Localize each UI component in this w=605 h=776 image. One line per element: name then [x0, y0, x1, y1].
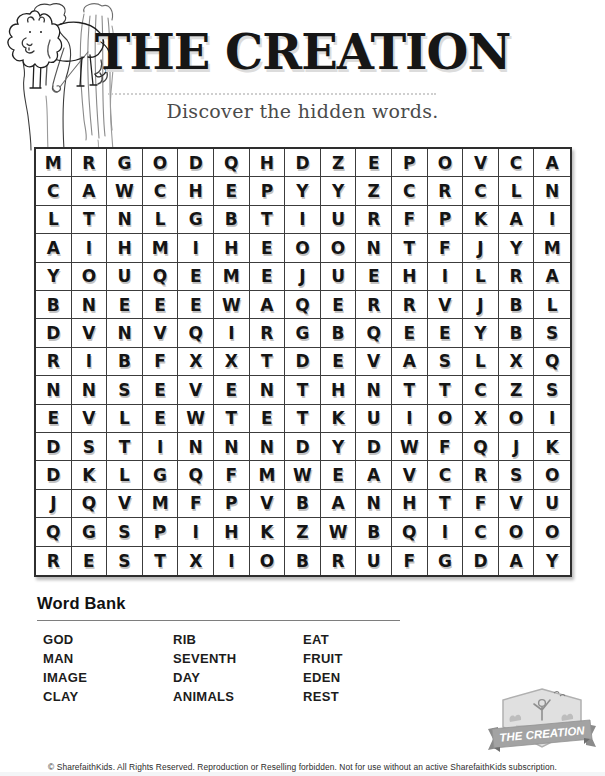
grid-cell-r2c14[interactable]: L [499, 177, 535, 205]
grid-cell-r7c3[interactable]: N [107, 319, 143, 347]
grid-cell-r1c15[interactable]: A [534, 149, 570, 177]
grid-cell-r11c4[interactable]: I [143, 433, 179, 461]
word-bank-column-2: RIBSEVENTHDAYANIMALS [173, 633, 303, 703]
grid-cell-r6c10[interactable]: R [356, 291, 392, 319]
grid-cell-r3c14[interactable]: A [499, 206, 535, 234]
grid-cell-r15c3[interactable]: S [107, 547, 143, 575]
grid-cell-r11c6[interactable]: N [214, 433, 250, 461]
grid-cell-r7c15[interactable]: S [534, 319, 570, 347]
grid-cell-r1c8[interactable]: D [285, 149, 321, 177]
grid-cell-r2c1[interactable]: C [36, 177, 72, 205]
grid-cell-r6c6[interactable]: W [214, 291, 250, 319]
grid-cell-r9c8[interactable]: T [285, 376, 321, 404]
grid-cell-r12c9[interactable]: E [321, 461, 357, 489]
grid-cell-r3c1[interactable]: L [36, 206, 72, 234]
grid-cell-r8c14[interactable]: X [499, 348, 535, 376]
grid-cell-r1c11[interactable]: P [392, 149, 428, 177]
grid-cell-r10c11[interactable]: I [392, 405, 428, 433]
grid-cell-r5c3[interactable]: U [107, 263, 143, 291]
grid-cell-r10c15[interactable]: I [534, 405, 570, 433]
grid-cell-r15c13[interactable]: D [463, 547, 499, 575]
grid-cell-r7c12[interactable]: E [428, 319, 464, 347]
grid-cell-r15c1[interactable]: R [36, 547, 72, 575]
grid-cell-r14c4[interactable]: P [143, 518, 179, 546]
grid-cell-r13c15[interactable]: U [534, 490, 570, 518]
grid-cell-r11c3[interactable]: T [107, 433, 143, 461]
word-bank-heading: Word Bank [37, 594, 403, 613]
word-bank-item: REST [303, 690, 406, 703]
grid-cell-r5c4[interactable]: Q [143, 263, 179, 291]
grid-cell-r8c12[interactable]: S [428, 348, 464, 376]
grid-cell-r13c9[interactable]: A [321, 490, 357, 518]
grid-cell-r15c15[interactable]: Y [534, 547, 570, 575]
grid-cell-r8c8[interactable]: D [285, 348, 321, 376]
grid-cell-r7c13[interactable]: Y [463, 319, 499, 347]
grid-cell-r2c9[interactable]: Y [321, 177, 357, 205]
grid-cell-r10c7[interactable]: E [250, 405, 286, 433]
word-bank-item: IMAGE [43, 671, 173, 684]
grid-cell-r1c6[interactable]: Q [214, 149, 250, 177]
grid-cell-r1c12[interactable]: O [428, 149, 464, 177]
grid-cell-r2c10[interactable]: Z [356, 177, 392, 205]
grid-cell-r11c2[interactable]: S [72, 433, 108, 461]
grid-cell-r10c6[interactable]: T [214, 405, 250, 433]
creation-badge: THE CREATION [486, 686, 598, 762]
grid-cell-r6c11[interactable]: R [392, 291, 428, 319]
grid-cell-r5c1[interactable]: Y [36, 263, 72, 291]
grid-cell-r13c13[interactable]: F [463, 490, 499, 518]
word-bank-item: EDEN [303, 671, 406, 684]
grid-cell-r7c11[interactable]: E [392, 319, 428, 347]
grid-cell-r2c2[interactable]: A [72, 177, 108, 205]
grid-cell-r13c11[interactable]: H [392, 490, 428, 518]
grid-cell-r10c2[interactable]: V [72, 405, 108, 433]
grid-cell-r11c8[interactable]: D [285, 433, 321, 461]
page-title: THE CREATION [0, 24, 605, 80]
grid-cell-r2c7[interactable]: P [250, 177, 286, 205]
grid-cell-r6c3[interactable]: E [107, 291, 143, 319]
grid-cell-r9c2[interactable]: N [72, 376, 108, 404]
grid-cell-r14c5[interactable]: I [178, 518, 214, 546]
word-bank-item: CLAY [43, 690, 173, 703]
grid-cell-r3c13[interactable]: K [463, 206, 499, 234]
grid-cell-r13c10[interactable]: N [356, 490, 392, 518]
grid-cell-r14c14[interactable]: O [499, 518, 535, 546]
grid-cell-r14c10[interactable]: B [356, 518, 392, 546]
grid-cell-r4c4[interactable]: M [143, 234, 179, 262]
grid-cell-r9c12[interactable]: T [428, 376, 464, 404]
grid-cell-r6c15[interactable]: L [534, 291, 570, 319]
subtitle: Discover the hidden words. [0, 100, 605, 122]
grid-cell-r1c13[interactable]: V [463, 149, 499, 177]
grid-cell-r3c5[interactable]: G [178, 206, 214, 234]
grid-cell-r15c5[interactable]: X [178, 547, 214, 575]
grid-cell-r12c2[interactable]: K [72, 461, 108, 489]
grid-cell-r14c3[interactable]: S [107, 518, 143, 546]
grid-cell-r7c7[interactable]: R [250, 319, 286, 347]
grid-cell-r2c3[interactable]: W [107, 177, 143, 205]
grid-cell-r1c7[interactable]: H [250, 149, 286, 177]
grid-cell-r12c8[interactable]: W [285, 461, 321, 489]
grid-cell-r13c1[interactable]: J [36, 490, 72, 518]
grid-cell-r4c14[interactable]: Y [499, 234, 535, 262]
grid-cell-r12c7[interactable]: M [250, 461, 286, 489]
grid-cell-r9c9[interactable]: H [321, 376, 357, 404]
grid-cell-r10c10[interactable]: U [356, 405, 392, 433]
grid-cell-r9c6[interactable]: E [214, 376, 250, 404]
grid-cell-r15c7[interactable]: O [250, 547, 286, 575]
grid-cell-r11c10[interactable]: D [356, 433, 392, 461]
grid-cell-r13c7[interactable]: V [250, 490, 286, 518]
grid-cell-r14c6[interactable]: H [214, 518, 250, 546]
grid-cell-r8c7[interactable]: T [250, 348, 286, 376]
grid-cell-r11c5[interactable]: N [178, 433, 214, 461]
grid-cell-r2c15[interactable]: N [534, 177, 570, 205]
word-bank-column-1: GODMANIMAGECLAY [43, 633, 173, 703]
word-bank-item: RIB [173, 633, 303, 646]
grid-cell-r4c13[interactable]: J [463, 234, 499, 262]
grid-cell-r4c8[interactable]: O [285, 234, 321, 262]
grid-cell-r9c13[interactable]: C [463, 376, 499, 404]
worksheet-page: THE CREATION Discover the hidden words. … [0, 0, 605, 776]
grid-cell-r11c14[interactable]: J [499, 433, 535, 461]
grid-cell-r14c15[interactable]: O [534, 518, 570, 546]
grid-cell-r14c8[interactable]: Z [285, 518, 321, 546]
grid-cell-r6c5[interactable]: E [178, 291, 214, 319]
grid-cell-r8c1[interactable]: R [36, 348, 72, 376]
grid-cell-r2c12[interactable]: R [428, 177, 464, 205]
grid-cell-r3c11[interactable]: F [392, 206, 428, 234]
grid-cell-r1c1[interactable]: M [36, 149, 72, 177]
grid-cell-r2c4[interactable]: C [143, 177, 179, 205]
grid-cell-r11c11[interactable]: W [392, 433, 428, 461]
copyright-footer: © SharefaithKids. All Rights Reserved. R… [0, 762, 605, 772]
grid-cell-r4c10[interactable]: N [356, 234, 392, 262]
grid-cell-r11c9[interactable]: Y [321, 433, 357, 461]
grid-cell-r3c12[interactable]: P [428, 206, 464, 234]
grid-cell-r12c5[interactable]: Q [178, 461, 214, 489]
grid-cell-r3c10[interactable]: R [356, 206, 392, 234]
grid-cell-r10c5[interactable]: W [178, 405, 214, 433]
grid-cell-r7c9[interactable]: B [321, 319, 357, 347]
grid-cell-r15c9[interactable]: R [321, 547, 357, 575]
grid-cell-r5c2[interactable]: O [72, 263, 108, 291]
grid-cell-r1c5[interactable]: D [178, 149, 214, 177]
grid-cell-r14c12[interactable]: I [428, 518, 464, 546]
grid-cell-r6c12[interactable]: V [428, 291, 464, 319]
grid-cell-r7c8[interactable]: G [285, 319, 321, 347]
grid-cell-r11c13[interactable]: Q [463, 433, 499, 461]
grid-cell-r3c3[interactable]: N [107, 206, 143, 234]
grid-cell-r8c3[interactable]: B [107, 348, 143, 376]
grid-cell-r7c6[interactable]: I [214, 319, 250, 347]
grid-cell-r11c15[interactable]: K [534, 433, 570, 461]
grid-cell-r2c8[interactable]: Y [285, 177, 321, 205]
grid-cell-r15c12[interactable]: G [428, 547, 464, 575]
grid-cell-r6c8[interactable]: Q [285, 291, 321, 319]
word-bank-item: EAT [303, 633, 406, 646]
grid-cell-r5c14[interactable]: R [499, 263, 535, 291]
grid-cell-r8c6[interactable]: X [214, 348, 250, 376]
grid-cell-r5c6[interactable]: M [214, 263, 250, 291]
grid-cell-r6c14[interactable]: B [499, 291, 535, 319]
grid-cell-r5c11[interactable]: H [392, 263, 428, 291]
grid-cell-r9c14[interactable]: Z [499, 376, 535, 404]
grid-cell-r8c15[interactable]: Q [534, 348, 570, 376]
grid-cell-r2c5[interactable]: H [178, 177, 214, 205]
grid-cell-r6c13[interactable]: J [463, 291, 499, 319]
grid-cell-r10c1[interactable]: E [36, 405, 72, 433]
grid-cell-r7c10[interactable]: Q [356, 319, 392, 347]
grid-cell-r14c11[interactable]: Q [392, 518, 428, 546]
grid-cell-r12c12[interactable]: C [428, 461, 464, 489]
word-bank-item: ANIMALS [173, 690, 303, 703]
grid-cell-r4c6[interactable]: H [214, 234, 250, 262]
grid-cell-r4c9[interactable]: O [321, 234, 357, 262]
grid-cell-r9c3[interactable]: S [107, 376, 143, 404]
grid-cell-r8c5[interactable]: X [178, 348, 214, 376]
grid-cell-r7c4[interactable]: V [143, 319, 179, 347]
grid-cell-r4c1[interactable]: A [36, 234, 72, 262]
grid-cell-r3c4[interactable]: L [143, 206, 179, 234]
grid-cell-r13c8[interactable]: B [285, 490, 321, 518]
word-search-grid: MRGODQHDZEPOVCACAWCHEPYYZCRCLNLTNLGBTIUR… [34, 147, 572, 577]
grid-cell-r5c8[interactable]: J [285, 263, 321, 291]
grid-cell-r12c10[interactable]: A [356, 461, 392, 489]
grid-cell-r9c11[interactable]: T [392, 376, 428, 404]
grid-cell-r12c14[interactable]: S [499, 461, 535, 489]
grid-cell-r7c5[interactable]: Q [178, 319, 214, 347]
grid-cell-r11c1[interactable]: D [36, 433, 72, 461]
grid-cell-r10c4[interactable]: E [143, 405, 179, 433]
grid-cell-r14c9[interactable]: W [321, 518, 357, 546]
grid-cell-r12c4[interactable]: G [143, 461, 179, 489]
grid-cell-r4c11[interactable]: T [392, 234, 428, 262]
grid-cell-r15c6[interactable]: I [214, 547, 250, 575]
grid-cell-r14c2[interactable]: G [72, 518, 108, 546]
grid-cell-r13c5[interactable]: F [178, 490, 214, 518]
grid-cell-r7c2[interactable]: V [72, 319, 108, 347]
grid-cell-r4c3[interactable]: H [107, 234, 143, 262]
grid-cell-r9c1[interactable]: N [36, 376, 72, 404]
grid-cell-r1c2[interactable]: R [72, 149, 108, 177]
grid-cell-r9c7[interactable]: N [250, 376, 286, 404]
grid-cell-r13c6[interactable]: P [214, 490, 250, 518]
grid-cell-r1c14[interactable]: C [499, 149, 535, 177]
grid-cell-r8c9[interactable]: E [321, 348, 357, 376]
grid-cell-r12c1[interactable]: D [36, 461, 72, 489]
grid-cell-r5c7[interactable]: E [250, 263, 286, 291]
word-bank-item: FRUIT [303, 652, 406, 665]
grid-cell-r5c13[interactable]: L [463, 263, 499, 291]
grid-cell-r12c13[interactable]: R [463, 461, 499, 489]
grid-cell-r15c2[interactable]: E [72, 547, 108, 575]
grid-cell-r5c5[interactable]: E [178, 263, 214, 291]
grid-cell-r8c2[interactable]: I [72, 348, 108, 376]
grid-cell-r8c4[interactable]: F [143, 348, 179, 376]
grid-cell-r3c6[interactable]: B [214, 206, 250, 234]
word-bank-item: SEVENTH [173, 652, 303, 665]
grid-cell-r12c6[interactable]: F [214, 461, 250, 489]
grid-cell-r9c4[interactable]: E [143, 376, 179, 404]
grid-cell-r6c7[interactable]: A [250, 291, 286, 319]
grid-cell-r15c14[interactable]: A [499, 547, 535, 575]
dotted-divider [108, 93, 436, 95]
grid-cell-r10c8[interactable]: T [285, 405, 321, 433]
grid-cell-r13c14[interactable]: V [499, 490, 535, 518]
grid-cell-r6c2[interactable]: N [72, 291, 108, 319]
grid-cell-r9c10[interactable]: N [356, 376, 392, 404]
grid-cell-r14c13[interactable]: C [463, 518, 499, 546]
grid-cell-r13c12[interactable]: T [428, 490, 464, 518]
grid-cell-r13c3[interactable]: V [107, 490, 143, 518]
grid-cell-r10c3[interactable]: L [107, 405, 143, 433]
grid-cell-r1c4[interactable]: O [143, 149, 179, 177]
grid-cell-r8c10[interactable]: V [356, 348, 392, 376]
grid-cell-r12c3[interactable]: L [107, 461, 143, 489]
grid-cell-r10c9[interactable]: K [321, 405, 357, 433]
grid-cell-r5c12[interactable]: I [428, 263, 464, 291]
grid-cell-r13c2[interactable]: Q [72, 490, 108, 518]
grid-cell-r6c1[interactable]: B [36, 291, 72, 319]
grid-cell-r5c9[interactable]: U [321, 263, 357, 291]
grid-cell-r7c1[interactable]: D [36, 319, 72, 347]
grid-cell-r14c1[interactable]: Q [36, 518, 72, 546]
grid-cell-r11c7[interactable]: N [250, 433, 286, 461]
grid-cell-r3c15[interactable]: I [534, 206, 570, 234]
grid-cell-r6c9[interactable]: E [321, 291, 357, 319]
grid-cell-r15c11[interactable]: F [392, 547, 428, 575]
grid-cell-r10c13[interactable]: X [463, 405, 499, 433]
grid-cell-r3c9[interactable]: U [321, 206, 357, 234]
grid-cell-r5c15[interactable]: A [534, 263, 570, 291]
grid-cell-r9c15[interactable]: S [534, 376, 570, 404]
word-bank-column-3: EATFRUITEDENREST [303, 633, 406, 703]
grid-cell-r3c2[interactable]: T [72, 206, 108, 234]
grid-cell-r2c13[interactable]: C [463, 177, 499, 205]
grid-cell-r11c12[interactable]: F [428, 433, 464, 461]
grid-cell-r5c10[interactable]: E [356, 263, 392, 291]
grid-cell-r3c8[interactable]: I [285, 206, 321, 234]
grid-cell-r10c14[interactable]: O [499, 405, 535, 433]
grid-cell-r4c2[interactable]: I [72, 234, 108, 262]
grid-cell-r7c14[interactable]: B [499, 319, 535, 347]
grid-cell-r12c15[interactable]: O [534, 461, 570, 489]
grid-cell-r4c15[interactable]: M [534, 234, 570, 262]
grid-cell-r8c11[interactable]: A [392, 348, 428, 376]
grid-cell-r1c10[interactable]: E [356, 149, 392, 177]
grid-cell-r4c7[interactable]: E [250, 234, 286, 262]
grid-cell-r10c12[interactable]: O [428, 405, 464, 433]
word-bank-item: GOD [43, 633, 173, 646]
grid-cell-r8c13[interactable]: L [463, 348, 499, 376]
grid-cell-r4c12[interactable]: F [428, 234, 464, 262]
grid-cell-r15c8[interactable]: B [285, 547, 321, 575]
word-bank: Word Bank GODMANIMAGECLAYRIBSEVENTHDAYAN… [37, 594, 403, 703]
grid-cell-r9c5[interactable]: V [178, 376, 214, 404]
grid-cell-r15c10[interactable]: U [356, 547, 392, 575]
grid-cell-r2c11[interactable]: C [392, 177, 428, 205]
grid-cell-r13c4[interactable]: M [143, 490, 179, 518]
grid-cell-r6c4[interactable]: E [143, 291, 179, 319]
page-bottom-strip [0, 772, 605, 776]
grid-cell-r1c9[interactable]: Z [321, 149, 357, 177]
grid-cell-r3c7[interactable]: T [250, 206, 286, 234]
word-bank-item: DAY [173, 671, 303, 684]
grid-cell-r4c5[interactable]: I [178, 234, 214, 262]
word-bank-columns: GODMANIMAGECLAYRIBSEVENTHDAYANIMALSEATFR… [37, 621, 403, 703]
grid-cell-r1c3[interactable]: G [107, 149, 143, 177]
grid-cell-r14c7[interactable]: K [250, 518, 286, 546]
word-bank-item: MAN [43, 652, 173, 665]
grid-cell-r15c4[interactable]: T [143, 547, 179, 575]
grid-cell-r2c6[interactable]: E [214, 177, 250, 205]
grid-cell-r12c11[interactable]: V [392, 461, 428, 489]
